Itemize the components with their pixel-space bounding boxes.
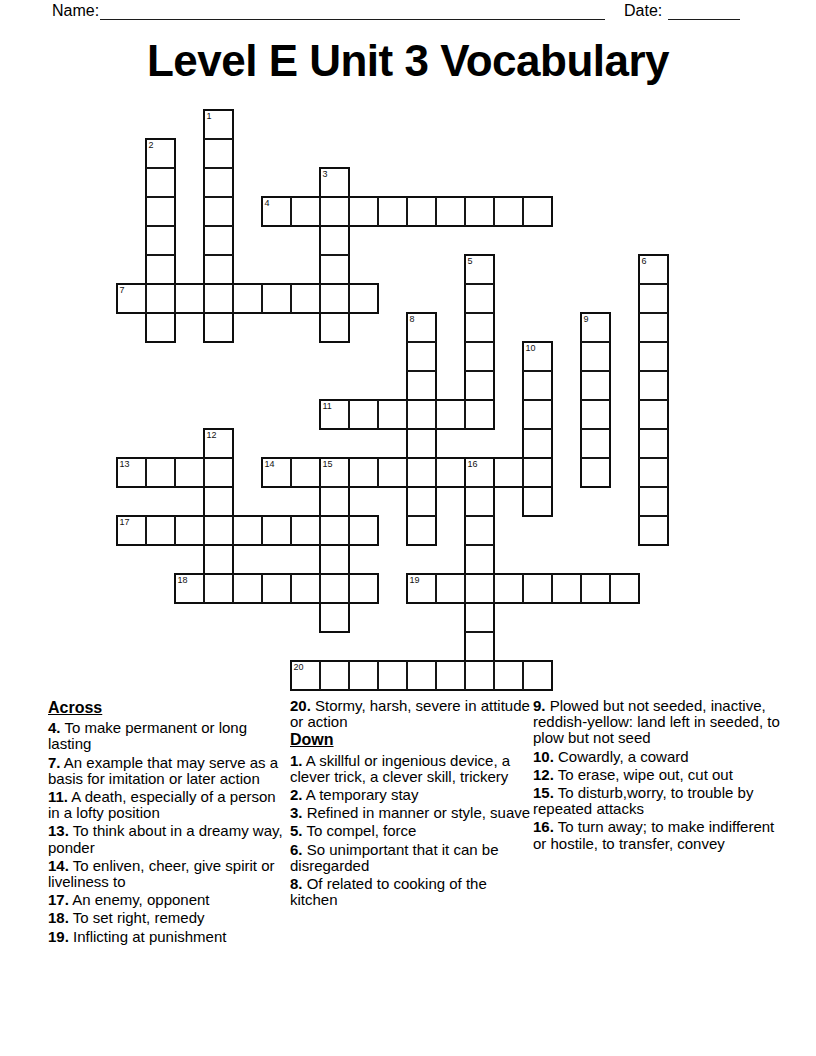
cell-separator — [232, 574, 233, 603]
cell-separator — [377, 661, 378, 690]
cell-separator — [261, 516, 262, 545]
cell-number-4: 4 — [265, 199, 270, 208]
clue-number: 11. — [48, 788, 68, 805]
cell-separator — [319, 574, 320, 603]
clue-number: 6. — [290, 841, 303, 858]
cell-separator — [174, 284, 175, 313]
clue-17: 17. An enemy, opponent — [48, 892, 284, 908]
cell-separator — [406, 197, 407, 226]
cell-separator — [406, 458, 407, 487]
cell-separator — [609, 574, 610, 603]
cell-separator — [348, 661, 349, 690]
cell-separator — [465, 370, 494, 371]
cell-separator — [348, 197, 349, 226]
cell-separator — [145, 458, 146, 487]
cell-separator — [522, 458, 523, 487]
cell-separator — [639, 457, 668, 458]
clues-column-across: Across4. To make permanent or long lasti… — [48, 698, 284, 947]
cell-separator — [320, 254, 349, 255]
cell-separator — [203, 284, 204, 313]
clue-6: 6. So unimportant that it can be disrega… — [290, 842, 535, 874]
cell-separator — [406, 661, 407, 690]
cell-separator — [377, 197, 378, 226]
clue-number: 13. — [48, 822, 69, 839]
cell-separator — [319, 197, 320, 226]
cell-separator — [348, 516, 349, 545]
cell-separator — [406, 400, 407, 429]
cell-separator — [464, 574, 465, 603]
cell-separator — [407, 341, 436, 342]
cell-separator — [319, 284, 320, 313]
cell-number-12: 12 — [207, 431, 217, 440]
clue-16: 16. To turn away; to make indifferent or… — [533, 819, 785, 851]
cell-number-20: 20 — [294, 663, 304, 672]
cell-number-7: 7 — [120, 286, 125, 295]
cell-separator — [146, 196, 175, 197]
cell-separator — [435, 661, 436, 690]
cell-separator — [204, 254, 233, 255]
clue-9: 9. Plowed but not seeded, inactive, redd… — [533, 698, 785, 747]
cell-separator — [145, 284, 146, 313]
clue-number: 12. — [533, 766, 554, 783]
date-fill-line — [668, 19, 740, 20]
clue-number: 17. — [48, 891, 69, 908]
cell-separator — [146, 254, 175, 255]
cell-separator — [204, 225, 233, 226]
cell-separator — [639, 515, 668, 516]
cell-separator — [522, 197, 523, 226]
cell-separator — [146, 167, 175, 168]
cell-separator — [203, 516, 204, 545]
cell-number-8: 8 — [410, 315, 415, 324]
cell-separator — [290, 458, 291, 487]
cell-separator — [290, 284, 291, 313]
cell-separator — [146, 225, 175, 226]
cell-separator — [232, 284, 233, 313]
cell-separator — [145, 516, 146, 545]
clue-2: 2. A temporary stay — [290, 787, 535, 803]
cell-separator — [435, 458, 436, 487]
clue-number: 16. — [533, 818, 554, 835]
cell-separator — [261, 574, 262, 603]
crossword-grid: 1234567891011121314151617181920 — [117, 110, 668, 690]
cell-separator — [465, 341, 494, 342]
cell-separator — [319, 661, 320, 690]
word-7-across-outline — [116, 283, 379, 314]
cell-separator — [203, 458, 204, 487]
cell-separator — [581, 370, 610, 371]
name-label: Name: — [52, 2, 99, 20]
cell-separator — [464, 400, 465, 429]
cell-separator — [435, 197, 436, 226]
cell-separator — [435, 574, 436, 603]
clue-number: 18. — [48, 909, 69, 926]
cell-number-3: 3 — [323, 170, 328, 179]
clue-number: 3. — [290, 804, 303, 821]
cell-separator — [348, 574, 349, 603]
cell-separator — [522, 661, 523, 690]
clue-number: 1. — [290, 752, 303, 769]
clue-number: 4. — [48, 719, 61, 736]
cell-separator — [465, 486, 494, 487]
cell-separator — [465, 515, 494, 516]
clue-number: 14. — [48, 857, 69, 874]
clue-8: 8. Of related to cooking of the kitchen — [290, 876, 535, 908]
cell-number-10: 10 — [526, 344, 536, 353]
cell-separator — [377, 400, 378, 429]
cell-separator — [232, 516, 233, 545]
cell-separator — [203, 574, 204, 603]
cell-number-16: 16 — [468, 460, 478, 469]
cell-separator — [290, 197, 291, 226]
cell-number-14: 14 — [265, 460, 275, 469]
word-17-across-outline — [116, 515, 379, 546]
cell-number-2: 2 — [149, 141, 154, 150]
clue-section-header-down: Down — [290, 732, 535, 748]
clue-15: 15. To disturb,worry, to trouble by repe… — [533, 785, 785, 817]
cell-number-19: 19 — [410, 576, 420, 585]
clue-number: 10. — [533, 748, 554, 765]
clue-number: 2. — [290, 786, 303, 803]
cell-separator — [522, 574, 523, 603]
clue-10: 10. Cowardly, a coward — [533, 749, 785, 765]
cell-separator — [493, 574, 494, 603]
clue-11: 11. A death, especially of a person in a… — [48, 789, 284, 821]
cell-separator — [639, 283, 668, 284]
cell-number-5: 5 — [468, 257, 473, 266]
cell-number-13: 13 — [120, 460, 130, 469]
clue-number: 20. — [290, 697, 311, 714]
cell-separator — [204, 167, 233, 168]
clue-4: 4. To make permanent or long lasting — [48, 720, 284, 752]
clue-5: 5. To compel, force — [290, 823, 535, 839]
cell-separator — [204, 196, 233, 197]
clue-number: 15. — [533, 784, 554, 801]
cell-separator — [465, 283, 494, 284]
cell-separator — [464, 661, 465, 690]
name-fill-line — [100, 19, 605, 20]
cell-separator — [523, 399, 552, 400]
cell-number-6: 6 — [642, 257, 647, 266]
cell-separator — [639, 399, 668, 400]
cell-separator — [639, 428, 668, 429]
cell-number-9: 9 — [584, 315, 589, 324]
cell-separator — [261, 284, 262, 313]
cell-separator — [493, 661, 494, 690]
clue-number: 19. — [48, 928, 69, 945]
cell-number-1: 1 — [207, 112, 212, 121]
cell-separator — [204, 138, 233, 139]
cell-separator — [464, 197, 465, 226]
clue-number: 5. — [290, 822, 303, 839]
worksheet-page: Name: Date: Level E Unit 3 Vocabulary 12… — [0, 0, 816, 1056]
cell-separator — [465, 312, 494, 313]
clue-number: 7. — [48, 754, 61, 771]
cell-separator — [581, 341, 610, 342]
cell-separator — [348, 400, 349, 429]
cell-separator — [639, 341, 668, 342]
clue-1: 1. A skillful or ingenious device, a cle… — [290, 753, 535, 785]
clue-section-header-across: Across — [48, 700, 284, 716]
clue-7: 7. An example that may serve as a basis … — [48, 755, 284, 787]
cell-separator — [465, 544, 494, 545]
date-label: Date: — [624, 2, 662, 20]
cell-separator — [348, 284, 349, 313]
cell-separator — [320, 486, 349, 487]
cell-separator — [581, 428, 610, 429]
cell-separator — [580, 574, 581, 603]
cell-separator — [493, 197, 494, 226]
cell-separator — [377, 458, 378, 487]
cell-number-18: 18 — [178, 576, 188, 585]
cell-separator — [319, 516, 320, 545]
clue-number: 8. — [290, 875, 303, 892]
cell-separator — [174, 458, 175, 487]
clue-3: 3. Refined in manner or style, suave — [290, 805, 535, 821]
clue-14: 14. To enliven, cheer, give spirit or li… — [48, 858, 284, 890]
cell-separator — [523, 428, 552, 429]
clue-18: 18. To set right, remedy — [48, 910, 284, 926]
cell-separator — [639, 370, 668, 371]
cell-separator — [523, 370, 552, 371]
cell-separator — [290, 574, 291, 603]
clues-column-middle: 20. Stormy, harsh, severe in attitude or… — [290, 698, 535, 910]
cell-separator — [407, 515, 436, 516]
cell-separator — [290, 516, 291, 545]
cell-separator — [407, 370, 436, 371]
clue-19: 19. Inflicting at punishment — [48, 929, 284, 945]
cell-number-11: 11 — [323, 402, 332, 411]
page-title: Level E Unit 3 Vocabulary — [0, 36, 816, 86]
clues-column-right: 9. Plowed but not seeded, inactive, redd… — [533, 698, 785, 854]
cell-separator — [639, 312, 668, 313]
word-20-across-outline — [290, 660, 553, 691]
cell-separator — [581, 457, 610, 458]
clue-number: 9. — [533, 697, 546, 714]
cell-separator — [435, 400, 436, 429]
clue-20: 20. Stormy, harsh, severe in attitude or… — [290, 698, 535, 730]
cell-number-15: 15 — [323, 460, 333, 469]
cell-separator — [639, 486, 668, 487]
cell-separator — [581, 399, 610, 400]
cell-number-17: 17 — [120, 518, 130, 527]
cell-separator — [465, 631, 494, 632]
clue-13: 13. To think about in a dreamy way, pond… — [48, 823, 284, 855]
cell-separator — [551, 574, 552, 603]
clue-12: 12. To erase, wipe out, cut out — [533, 767, 785, 783]
cell-separator — [174, 516, 175, 545]
